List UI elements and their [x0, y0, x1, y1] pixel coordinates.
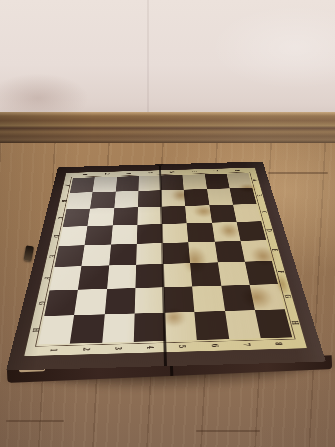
chess-board-group: 12345678 12345678 ABCDEFGH ABCDEFGH [0, 0, 335, 447]
square-f4 [135, 264, 164, 288]
square-h1 [38, 315, 74, 344]
square-c4 [137, 206, 162, 224]
square-c5 [162, 206, 187, 224]
square-b2 [90, 192, 115, 209]
square-c3 [112, 207, 137, 225]
square-d5 [162, 223, 188, 243]
square-e4 [136, 243, 163, 265]
square-g3 [104, 288, 135, 314]
square-b4 [138, 190, 162, 207]
square-a7 [205, 174, 230, 189]
square-a3 [115, 176, 138, 192]
square-e1 [54, 245, 84, 267]
square-a2 [93, 177, 117, 193]
square-h2 [70, 314, 104, 343]
fold-hinge-notch [156, 164, 164, 166]
square-c8 [233, 204, 261, 222]
board-face: 12345678 12345678 ABCDEFGH ABCDEFGH [6, 162, 326, 371]
square-h6 [195, 311, 229, 340]
square-a1 [70, 177, 95, 193]
square-d1 [59, 226, 88, 246]
square-b3 [114, 191, 138, 208]
square-f1 [50, 266, 82, 290]
board-clasp-latch [23, 245, 34, 261]
square-h3 [102, 313, 135, 342]
square-f2 [78, 266, 109, 290]
square-d3 [111, 225, 138, 245]
square-f3 [107, 265, 136, 289]
square-b1 [66, 192, 92, 209]
square-d2 [85, 225, 113, 245]
square-e2 [82, 245, 111, 267]
photo-of-folding-chess-board: 12345678 12345678 ABCDEFGH ABCDEFGH [0, 0, 335, 447]
square-e3 [109, 244, 137, 266]
square-g2 [74, 289, 106, 315]
square-c2 [88, 208, 114, 226]
square-g6 [192, 285, 224, 311]
square-a4 [138, 175, 161, 190]
square-d4 [137, 224, 163, 244]
square-c1 [63, 208, 90, 226]
square-g1 [44, 289, 78, 315]
